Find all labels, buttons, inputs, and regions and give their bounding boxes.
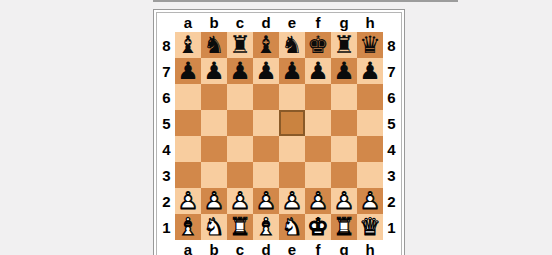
file-label-bottom-f: f (305, 240, 331, 255)
square-g2[interactable]: ♟♙ (331, 188, 357, 214)
square-b7[interactable]: ♟ (201, 58, 227, 84)
piece-white-bishop-fill: ♝ (253, 214, 279, 240)
file-label-bottom-b: b (201, 240, 227, 255)
piece-white-knight-fill: ♞ (201, 214, 227, 240)
file-label-top-e: e (279, 13, 305, 32)
piece-black-queen: ♛ (357, 32, 383, 58)
piece-black-pawn: ♟ (175, 58, 201, 84)
piece-white-rook: ♖ (331, 214, 357, 240)
square-g6[interactable] (331, 84, 357, 110)
square-c1[interactable]: ♜♖ (227, 214, 253, 240)
square-d3[interactable] (253, 162, 279, 188)
chess-board: abcdefgh8♝♞♜♝♞♚♜♛87♟♟♟♟♟♟♟♟7665544332♟♙♟… (158, 13, 400, 255)
file-label-top-b: b (201, 13, 227, 32)
file-label-top-g: g (331, 13, 357, 32)
piece-white-queen: ♕ (357, 214, 383, 240)
piece-white-rook: ♖ (227, 214, 253, 240)
piece-black-pawn: ♟ (253, 58, 279, 84)
square-c3[interactable] (227, 162, 253, 188)
chess-diagram-frame: abcdefgh8♝♞♜♝♞♚♜♛87♟♟♟♟♟♟♟♟7665544332♟♙♟… (156, 12, 402, 255)
piece-black-pawn: ♟ (305, 58, 331, 84)
rank-label-left-7: 7 (158, 58, 175, 84)
board-corner-bottom-left (158, 240, 175, 255)
piece-black-bishop: ♝ (175, 32, 201, 58)
square-c7[interactable]: ♟ (227, 58, 253, 84)
square-h2[interactable]: ♟♙ (357, 188, 383, 214)
square-h1[interactable]: ♛♕ (357, 214, 383, 240)
board-corner-bottom-right (383, 240, 400, 255)
piece-white-queen-fill: ♛ (357, 214, 383, 240)
square-b3[interactable] (201, 162, 227, 188)
piece-white-pawn-fill: ♟ (253, 188, 279, 214)
square-h5[interactable] (357, 110, 383, 136)
file-label-bottom-h: h (357, 240, 383, 255)
square-c5[interactable] (227, 110, 253, 136)
piece-white-pawn: ♙ (279, 188, 305, 214)
file-label-top-d: d (253, 13, 279, 32)
rank-label-right-1: 1 (383, 214, 400, 240)
square-d7[interactable]: ♟ (253, 58, 279, 84)
square-f5[interactable] (305, 110, 331, 136)
board-corner-top-right (383, 13, 400, 32)
square-h3[interactable] (357, 162, 383, 188)
square-a7[interactable]: ♟ (175, 58, 201, 84)
piece-white-pawn-fill: ♟ (305, 188, 331, 214)
square-g1[interactable]: ♜♖ (331, 214, 357, 240)
file-label-bottom-c: c (227, 240, 253, 255)
square-a6[interactable] (175, 84, 201, 110)
file-label-top-a: a (175, 13, 201, 32)
square-f3[interactable] (305, 162, 331, 188)
piece-white-pawn-fill: ♟ (201, 188, 227, 214)
square-b1[interactable]: ♞♘ (201, 214, 227, 240)
board-corner-top-left (158, 13, 175, 32)
square-d2[interactable]: ♟♙ (253, 188, 279, 214)
piece-white-pawn: ♙ (175, 188, 201, 214)
piece-white-knight: ♘ (279, 214, 305, 240)
square-c6[interactable] (227, 84, 253, 110)
piece-white-pawn-fill: ♟ (331, 188, 357, 214)
piece-white-pawn: ♙ (227, 188, 253, 214)
piece-white-bishop: ♗ (253, 214, 279, 240)
file-label-top-h: h (357, 13, 383, 32)
piece-white-pawn: ♙ (331, 188, 357, 214)
piece-white-pawn-fill: ♟ (279, 188, 305, 214)
rank-label-left-2: 2 (158, 188, 175, 214)
rank-label-left-5: 5 (158, 110, 175, 136)
square-g4[interactable] (331, 136, 357, 162)
rank-label-right-6: 6 (383, 84, 400, 110)
piece-black-rook: ♜ (331, 32, 357, 58)
rank-label-right-4: 4 (383, 136, 400, 162)
rank-label-left-1: 1 (158, 214, 175, 240)
piece-white-bishop: ♗ (175, 214, 201, 240)
square-e5[interactable] (279, 110, 305, 136)
square-g7[interactable]: ♟ (331, 58, 357, 84)
square-f1[interactable]: ♚♔ (305, 214, 331, 240)
rank-label-right-8: 8 (383, 32, 400, 58)
square-b5[interactable] (201, 110, 227, 136)
square-g5[interactable] (331, 110, 357, 136)
square-b6[interactable] (201, 84, 227, 110)
file-label-top-f: f (305, 13, 331, 32)
piece-black-pawn: ♟ (227, 58, 253, 84)
piece-black-knight: ♞ (279, 32, 305, 58)
square-c8[interactable]: ♜ (227, 32, 253, 58)
square-f7[interactable]: ♟ (305, 58, 331, 84)
piece-white-bishop-fill: ♝ (175, 214, 201, 240)
square-d4[interactable] (253, 136, 279, 162)
square-a3[interactable] (175, 162, 201, 188)
piece-white-pawn-fill: ♟ (357, 188, 383, 214)
file-label-bottom-g: g (331, 240, 357, 255)
piece-black-pawn: ♟ (201, 58, 227, 84)
square-a5[interactable] (175, 110, 201, 136)
piece-white-knight-fill: ♞ (279, 214, 305, 240)
square-d1[interactable]: ♝♗ (253, 214, 279, 240)
square-b2[interactable]: ♟♙ (201, 188, 227, 214)
square-h7[interactable]: ♟ (357, 58, 383, 84)
piece-white-pawn: ♙ (305, 188, 331, 214)
file-label-bottom-d: d (253, 240, 279, 255)
piece-black-bishop: ♝ (253, 32, 279, 58)
rank-label-right-3: 3 (383, 162, 400, 188)
square-h6[interactable] (357, 84, 383, 110)
square-g3[interactable] (331, 162, 357, 188)
square-b8[interactable]: ♞ (201, 32, 227, 58)
piece-black-king: ♚ (305, 32, 331, 58)
piece-black-pawn: ♟ (279, 58, 305, 84)
rank-label-right-5: 5 (383, 110, 400, 136)
file-label-top-c: c (227, 13, 253, 32)
square-e4[interactable] (279, 136, 305, 162)
rank-label-left-4: 4 (158, 136, 175, 162)
square-e6[interactable] (279, 84, 305, 110)
piece-white-pawn-fill: ♟ (175, 188, 201, 214)
square-d5[interactable] (253, 110, 279, 136)
piece-white-king-fill: ♚ (305, 214, 331, 240)
square-a4[interactable] (175, 136, 201, 162)
file-label-bottom-a: a (175, 240, 201, 255)
piece-white-rook-fill: ♜ (227, 214, 253, 240)
top-divider-line (153, 0, 458, 2)
piece-black-knight: ♞ (201, 32, 227, 58)
square-e8[interactable]: ♞ (279, 32, 305, 58)
square-c4[interactable] (227, 136, 253, 162)
square-e1[interactable]: ♞♘ (279, 214, 305, 240)
square-b4[interactable] (201, 136, 227, 162)
chess-diagram-panel: abcdefgh8♝♞♜♝♞♚♜♛87♟♟♟♟♟♟♟♟7665544332♟♙♟… (153, 9, 405, 255)
square-f6[interactable] (305, 84, 331, 110)
square-a1[interactable]: ♝♗ (175, 214, 201, 240)
piece-white-pawn: ♙ (253, 188, 279, 214)
piece-black-rook: ♜ (227, 32, 253, 58)
rank-label-left-3: 3 (158, 162, 175, 188)
square-a8[interactable]: ♝ (175, 32, 201, 58)
square-a2[interactable]: ♟♙ (175, 188, 201, 214)
rank-label-right-2: 2 (383, 188, 400, 214)
square-c2[interactable]: ♟♙ (227, 188, 253, 214)
square-e7[interactable]: ♟ (279, 58, 305, 84)
square-f4[interactable] (305, 136, 331, 162)
square-g8[interactable]: ♜ (331, 32, 357, 58)
square-e3[interactable] (279, 162, 305, 188)
square-e2[interactable]: ♟♙ (279, 188, 305, 214)
screenshot-root: abcdefgh8♝♞♜♝♞♚♜♛87♟♟♟♟♟♟♟♟7665544332♟♙♟… (0, 0, 552, 255)
square-f8[interactable]: ♚ (305, 32, 331, 58)
square-d8[interactable]: ♝ (253, 32, 279, 58)
rank-label-right-7: 7 (383, 58, 400, 84)
square-h4[interactable] (357, 136, 383, 162)
rank-label-left-6: 6 (158, 84, 175, 110)
square-d6[interactable] (253, 84, 279, 110)
rank-label-left-8: 8 (158, 32, 175, 58)
piece-white-rook-fill: ♜ (331, 214, 357, 240)
piece-black-pawn: ♟ (357, 58, 383, 84)
piece-white-king: ♔ (305, 214, 331, 240)
square-f2[interactable]: ♟♙ (305, 188, 331, 214)
file-label-bottom-e: e (279, 240, 305, 255)
piece-white-pawn: ♙ (201, 188, 227, 214)
piece-white-pawn-fill: ♟ (227, 188, 253, 214)
piece-white-knight: ♘ (201, 214, 227, 240)
piece-black-pawn: ♟ (331, 58, 357, 84)
piece-white-pawn: ♙ (357, 188, 383, 214)
square-h8[interactable]: ♛ (357, 32, 383, 58)
